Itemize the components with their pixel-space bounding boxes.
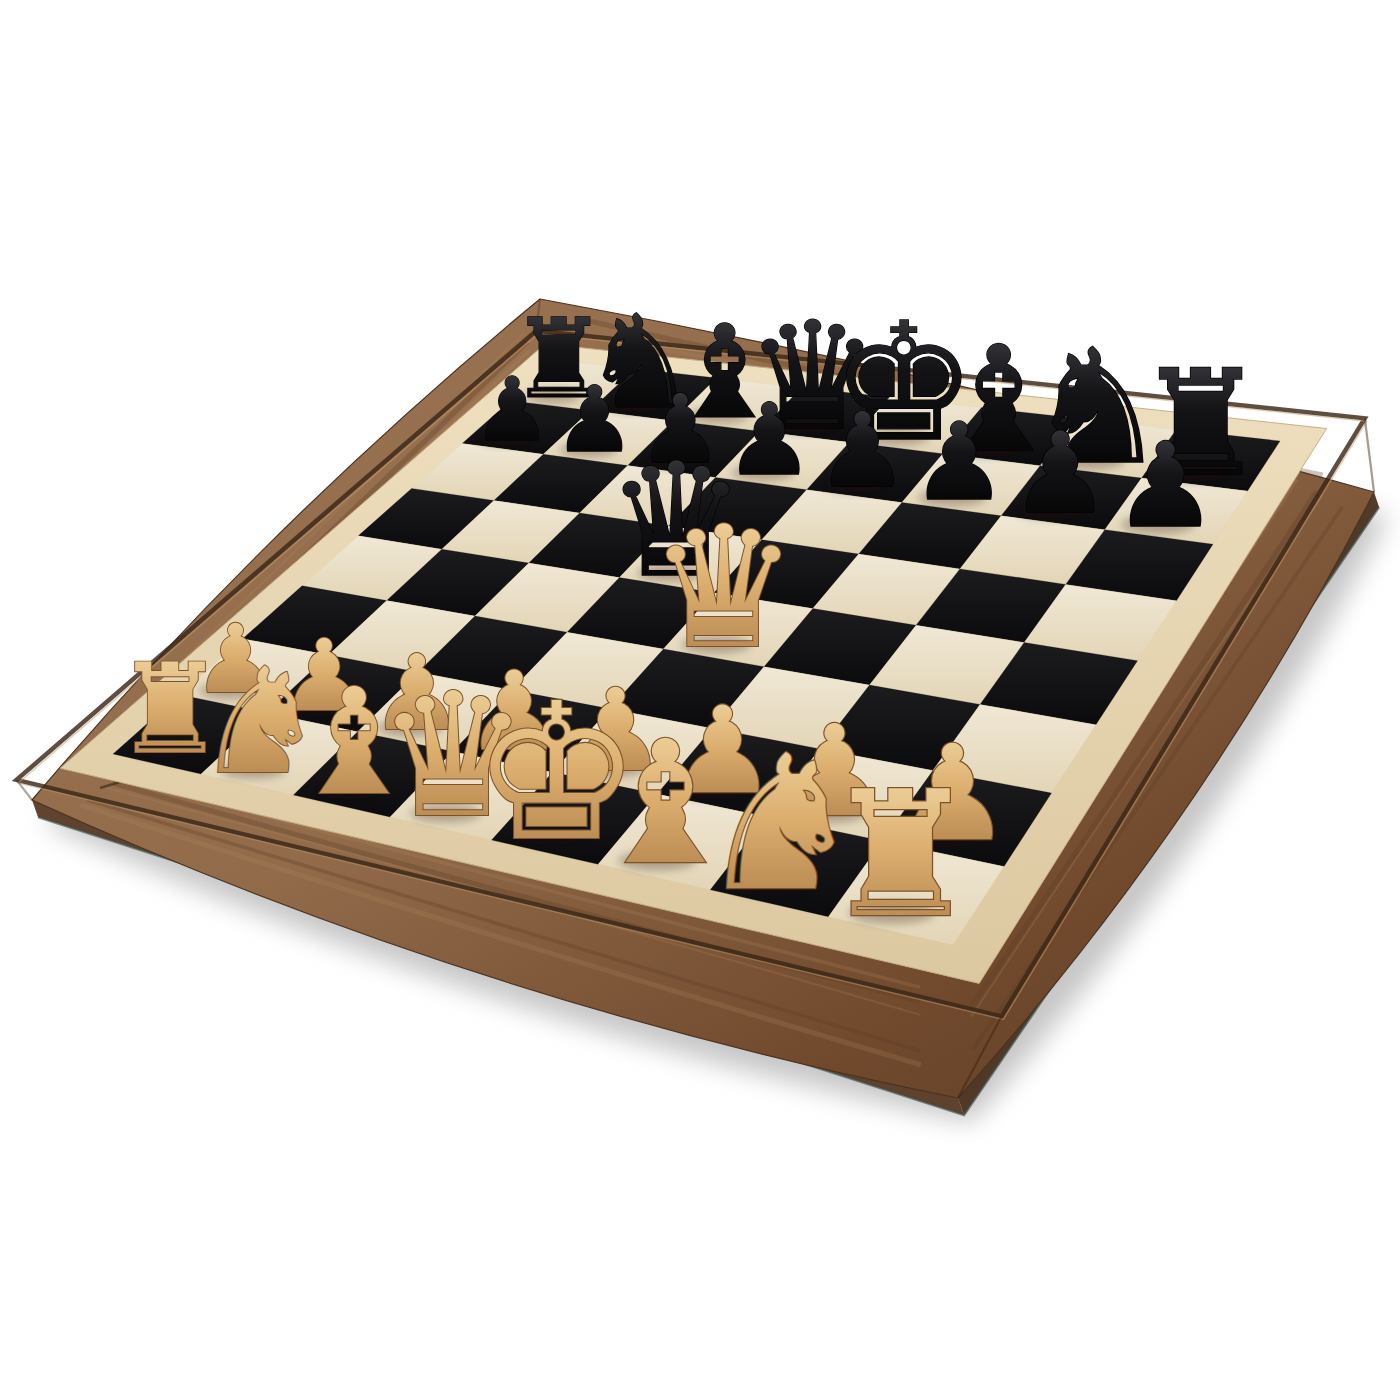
piece-black-pawn-e7: ♟ [816, 390, 908, 510]
piece-white-queen-e4: ♛ [648, 490, 799, 686]
piece-black-pawn-h7: ♟ [1113, 417, 1218, 554]
chess-product-photo: ♜♞♝♛♚♝♞♜♟♟♟♟♟♟♟♟♛♛♟♟♟♟♟♟♟♟♜♞♝♛♚♝♞♜ [0, 0, 1400, 1400]
chess-board-scene: ♜♞♝♛♚♝♞♜♟♟♟♟♟♟♟♟♛♛♟♟♟♟♟♟♟♟♜♞♝♛♚♝♞♜ [0, 0, 1400, 1400]
piece-black-pawn-f7: ♟ [911, 400, 1007, 524]
piece-black-pawn-g7: ♟ [1010, 408, 1110, 538]
frame-mitre-seam [1365, 418, 1374, 492]
piece-white-rook-h1: ♜ [823, 753, 979, 956]
piece-black-pawn-a7: ♟ [473, 358, 552, 461]
